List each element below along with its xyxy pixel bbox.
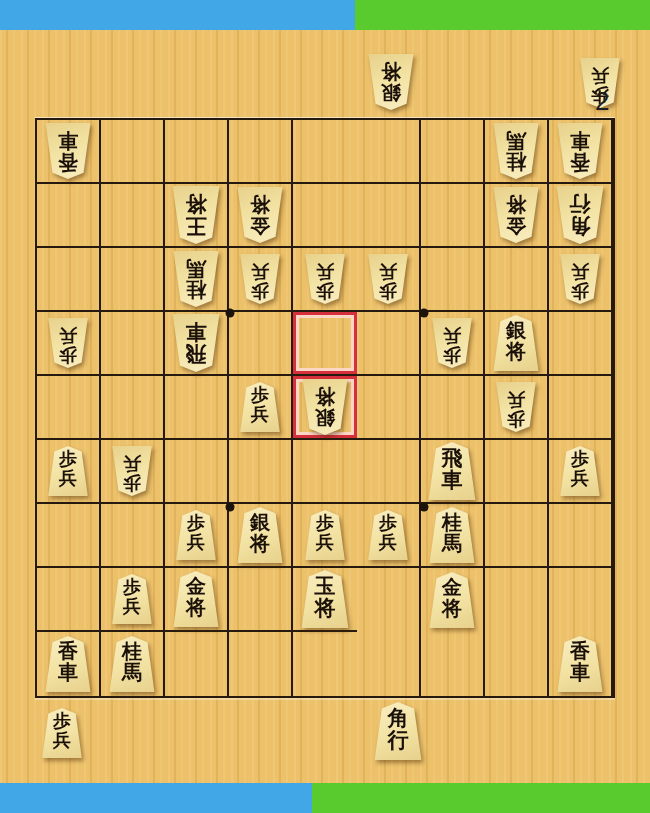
- sente-pawn[interactable]: 歩兵: [110, 574, 154, 624]
- sente-king[interactable]: 玉将: [299, 570, 351, 628]
- square-9d[interactable]: 歩兵: [37, 312, 101, 376]
- square-4i[interactable]: [357, 632, 421, 696]
- square-4h[interactable]: [357, 568, 421, 632]
- square-5e[interactable]: 銀将: [293, 376, 357, 440]
- square-5h[interactable]: 玉将: [293, 568, 357, 632]
- sente-pawn[interactable]: 歩兵: [174, 510, 218, 560]
- sente-pawn[interactable]: 歩兵: [40, 708, 84, 758]
- square-9g[interactable]: [37, 504, 101, 568]
- square-8c[interactable]: [101, 248, 165, 312]
- gote-bishop[interactable]: 角行: [554, 186, 606, 244]
- sente-knight[interactable]: 桂馬: [107, 636, 157, 692]
- gote-rook[interactable]: 飛車: [170, 314, 222, 372]
- square-5a[interactable]: [293, 120, 357, 184]
- sente-pawn[interactable]: 歩兵: [303, 510, 347, 560]
- square-7i[interactable]: [165, 632, 229, 696]
- square-8e[interactable]: [101, 376, 165, 440]
- gote-silver[interactable]: 銀将: [366, 54, 416, 110]
- square-1h[interactable]: [549, 568, 613, 632]
- sente-bishop[interactable]: 角行: [372, 702, 424, 760]
- gote-silver[interactable]: 銀将: [300, 379, 350, 435]
- square-3c[interactable]: [421, 248, 485, 312]
- square-1a[interactable]: 香車: [549, 120, 613, 184]
- square-4e[interactable]: [357, 376, 421, 440]
- square-7a[interactable]: [165, 120, 229, 184]
- sente-silver[interactable]: 銀将: [491, 315, 541, 371]
- square-7g[interactable]: 歩兵: [165, 504, 229, 568]
- square-4d[interactable]: [357, 312, 421, 376]
- square-6g[interactable]: 銀将: [229, 504, 293, 568]
- square-5g[interactable]: 歩兵: [293, 504, 357, 568]
- square-2d[interactable]: 銀将: [485, 312, 549, 376]
- top-eval-bar-green-segment: [355, 0, 650, 30]
- square-7h[interactable]: 金将: [165, 568, 229, 632]
- sente-lance[interactable]: 香車: [43, 636, 93, 692]
- square-2c[interactable]: [485, 248, 549, 312]
- square-9i[interactable]: 香車: [37, 632, 101, 696]
- square-4c[interactable]: 歩兵: [357, 248, 421, 312]
- square-1i[interactable]: 香車: [549, 632, 613, 696]
- square-6h[interactable]: [229, 568, 293, 632]
- shogi-board: 香車桂馬香車王将金将金将角行桂馬歩兵歩兵歩兵歩兵歩兵飛車歩兵銀将歩兵銀将歩兵歩兵…: [35, 118, 615, 698]
- square-1f[interactable]: 歩兵: [549, 440, 613, 504]
- square-2a[interactable]: 桂馬: [485, 120, 549, 184]
- square-3h[interactable]: 金将: [421, 568, 485, 632]
- gote-pawn[interactable]: 歩兵: [494, 382, 538, 432]
- square-8h[interactable]: 歩兵: [101, 568, 165, 632]
- square-1e[interactable]: [549, 376, 613, 440]
- gote-gold[interactable]: 金将: [235, 187, 285, 243]
- square-7d[interactable]: 飛車: [165, 312, 229, 376]
- square-6a[interactable]: [229, 120, 293, 184]
- square-9c[interactable]: [37, 248, 101, 312]
- square-5b[interactable]: [293, 184, 357, 248]
- square-5d[interactable]: [293, 312, 357, 376]
- square-9h[interactable]: [37, 568, 101, 632]
- gote-pawn[interactable]: 歩兵: [558, 254, 602, 304]
- square-8b[interactable]: [101, 184, 165, 248]
- square-7f[interactable]: [165, 440, 229, 504]
- gote-pawn[interactable]: 歩兵: [46, 318, 90, 368]
- sente-silver[interactable]: 銀将: [235, 507, 285, 563]
- square-1b[interactable]: 角行: [549, 184, 613, 248]
- square-5f[interactable]: [293, 440, 357, 504]
- square-9e[interactable]: [37, 376, 101, 440]
- square-3i[interactable]: [421, 632, 485, 696]
- square-9a[interactable]: 香車: [37, 120, 101, 184]
- square-7e[interactable]: [165, 376, 229, 440]
- square-3f[interactable]: 飛車: [421, 440, 485, 504]
- bottom-eval-bar-blue-segment: [0, 783, 312, 813]
- gote-king[interactable]: 王将: [170, 186, 222, 244]
- square-2e[interactable]: 歩兵: [485, 376, 549, 440]
- hoshi-dot: [420, 309, 429, 318]
- gote-pawn[interactable]: 歩兵: [110, 446, 154, 496]
- square-1d[interactable]: [549, 312, 613, 376]
- square-1c[interactable]: 歩兵: [549, 248, 613, 312]
- square-4b[interactable]: [357, 184, 421, 248]
- square-8a[interactable]: [101, 120, 165, 184]
- square-6i[interactable]: [229, 632, 293, 696]
- square-1g[interactable]: [549, 504, 613, 568]
- square-9f[interactable]: 歩兵: [37, 440, 101, 504]
- square-3g[interactable]: 桂馬: [421, 504, 485, 568]
- hoshi-dot: [226, 309, 235, 318]
- sente-pawn[interactable]: 歩兵: [238, 382, 282, 432]
- square-2g[interactable]: [485, 504, 549, 568]
- gote-gold[interactable]: 金将: [491, 187, 541, 243]
- top-eval-bar: [0, 0, 650, 30]
- square-5i[interactable]: [293, 632, 357, 696]
- square-8i[interactable]: 桂馬: [101, 632, 165, 696]
- gote-pawn[interactable]: 歩兵: [430, 318, 474, 368]
- square-8f[interactable]: 歩兵: [101, 440, 165, 504]
- hoshi-dot: [226, 503, 235, 512]
- square-3a[interactable]: [421, 120, 485, 184]
- sente-lance[interactable]: 香車: [555, 636, 605, 692]
- bottom-eval-bar-green-segment: [312, 783, 650, 813]
- gote-knight[interactable]: 桂馬: [491, 123, 541, 179]
- square-4g[interactable]: 歩兵: [357, 504, 421, 568]
- square-4a[interactable]: [357, 120, 421, 184]
- sente-pawn[interactable]: 歩兵: [558, 446, 602, 496]
- square-6e[interactable]: 歩兵: [229, 376, 293, 440]
- gote-pawn[interactable]: 歩兵: [303, 254, 347, 304]
- square-8g[interactable]: [101, 504, 165, 568]
- square-2b[interactable]: 金将: [485, 184, 549, 248]
- square-6f[interactable]: [229, 440, 293, 504]
- square-6d[interactable]: [229, 312, 293, 376]
- square-2f[interactable]: [485, 440, 549, 504]
- square-2h[interactable]: [485, 568, 549, 632]
- sente-pawn[interactable]: 歩兵: [46, 446, 90, 496]
- gote-lance[interactable]: 香車: [555, 123, 605, 179]
- sente-rook[interactable]: 飛車: [426, 442, 478, 500]
- square-6b[interactable]: 金将: [229, 184, 293, 248]
- square-5c[interactable]: 歩兵: [293, 248, 357, 312]
- sente-pawn[interactable]: 歩兵: [366, 510, 410, 560]
- gote-pawn[interactable]: 歩兵: [366, 254, 410, 304]
- gote-pawn[interactable]: 歩兵: [238, 254, 282, 304]
- shogi-app-screen: △utatane -88 銀将歩兵2 香車桂馬香車王将金将金将角行桂馬歩兵歩兵歩…: [0, 0, 650, 813]
- square-9b[interactable]: [37, 184, 101, 248]
- sente-knight[interactable]: 桂馬: [427, 507, 477, 563]
- square-7b[interactable]: 王将: [165, 184, 229, 248]
- square-4f[interactable]: [357, 440, 421, 504]
- bottom-eval-bar: [0, 783, 650, 813]
- square-3d[interactable]: 歩兵: [421, 312, 485, 376]
- square-7c[interactable]: 桂馬: [165, 248, 229, 312]
- gote-knight[interactable]: 桂馬: [171, 251, 221, 307]
- square-6c[interactable]: 歩兵: [229, 248, 293, 312]
- square-8d[interactable]: [101, 312, 165, 376]
- top-eval-bar-blue-segment: [0, 0, 355, 30]
- gote-lance[interactable]: 香車: [43, 123, 93, 179]
- sente-gold[interactable]: 金将: [427, 572, 477, 628]
- square-3e[interactable]: [421, 376, 485, 440]
- square-2i[interactable]: [485, 632, 549, 696]
- gote-hand-pawn-count: 2: [595, 86, 609, 117]
- square-3b[interactable]: [421, 184, 485, 248]
- sente-gold[interactable]: 金将: [171, 571, 221, 627]
